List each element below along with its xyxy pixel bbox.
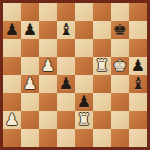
square-d4[interactable]: ♟ (57, 75, 75, 93)
square-h2[interactable] (129, 111, 147, 129)
square-f2[interactable] (93, 111, 111, 129)
square-g7[interactable]: ♚ (111, 21, 129, 39)
black-pawn: ♟ (75, 93, 93, 111)
white-king: ♚ (111, 57, 129, 75)
square-c5[interactable]: ♟ (39, 57, 57, 75)
white-pawn: ♟ (39, 57, 57, 75)
square-h5[interactable]: ♟ (129, 57, 147, 75)
square-f8[interactable] (93, 3, 111, 21)
square-c4[interactable] (39, 75, 57, 93)
square-g1[interactable] (111, 129, 129, 147)
square-d2[interactable] (57, 111, 75, 129)
square-e4[interactable] (75, 75, 93, 93)
square-b4[interactable]: ♟ (21, 75, 39, 93)
square-e2[interactable]: ♜ (75, 111, 93, 129)
black-bishop: ♝ (57, 21, 75, 39)
square-d8[interactable] (57, 3, 75, 21)
board-frame: ♟♟♝♚♟♜♚♟♟♟♝♟♟♜ (0, 0, 150, 150)
square-e8[interactable] (75, 3, 93, 21)
square-h8[interactable] (129, 3, 147, 21)
square-e7[interactable] (75, 21, 93, 39)
white-pawn: ♟ (21, 75, 39, 93)
square-h1[interactable] (129, 129, 147, 147)
square-f3[interactable] (93, 93, 111, 111)
square-b3[interactable] (21, 93, 39, 111)
black-pawn: ♟ (3, 21, 21, 39)
square-g6[interactable] (111, 39, 129, 57)
square-d3[interactable] (57, 93, 75, 111)
square-b1[interactable] (21, 129, 39, 147)
square-f5[interactable]: ♜ (93, 57, 111, 75)
square-f7[interactable] (93, 21, 111, 39)
square-g5[interactable]: ♚ (111, 57, 129, 75)
square-g3[interactable] (111, 93, 129, 111)
square-d7[interactable]: ♝ (57, 21, 75, 39)
white-pawn: ♟ (3, 111, 21, 129)
square-a4[interactable] (3, 75, 21, 93)
square-g2[interactable] (111, 111, 129, 129)
square-b8[interactable] (21, 3, 39, 21)
square-h4[interactable]: ♝ (129, 75, 147, 93)
square-c2[interactable] (39, 111, 57, 129)
square-g4[interactable] (111, 75, 129, 93)
square-f4[interactable] (93, 75, 111, 93)
square-d5[interactable] (57, 57, 75, 75)
square-f6[interactable] (93, 39, 111, 57)
chess-board: ♟♟♝♚♟♜♚♟♟♟♝♟♟♜ (3, 3, 147, 147)
square-b5[interactable] (21, 57, 39, 75)
square-c8[interactable] (39, 3, 57, 21)
square-h6[interactable] (129, 39, 147, 57)
square-c1[interactable] (39, 129, 57, 147)
black-bishop: ♝ (129, 75, 147, 93)
square-h3[interactable] (129, 93, 147, 111)
square-c7[interactable] (39, 21, 57, 39)
square-d6[interactable] (57, 39, 75, 57)
square-e6[interactable] (75, 39, 93, 57)
square-a5[interactable] (3, 57, 21, 75)
square-f1[interactable] (93, 129, 111, 147)
square-a7[interactable]: ♟ (3, 21, 21, 39)
square-d1[interactable] (57, 129, 75, 147)
square-g8[interactable] (111, 3, 129, 21)
white-rook: ♜ (75, 111, 93, 129)
square-a6[interactable] (3, 39, 21, 57)
square-c6[interactable] (39, 39, 57, 57)
square-a8[interactable] (3, 3, 21, 21)
square-b2[interactable] (21, 111, 39, 129)
square-c3[interactable] (39, 93, 57, 111)
square-e1[interactable] (75, 129, 93, 147)
square-e5[interactable] (75, 57, 93, 75)
black-pawn: ♟ (129, 57, 147, 75)
square-a2[interactable]: ♟ (3, 111, 21, 129)
black-king: ♚ (111, 21, 129, 39)
black-pawn: ♟ (57, 75, 75, 93)
square-b6[interactable] (21, 39, 39, 57)
square-b7[interactable]: ♟ (21, 21, 39, 39)
black-pawn: ♟ (21, 21, 39, 39)
square-a3[interactable] (3, 93, 21, 111)
square-a1[interactable] (3, 129, 21, 147)
square-h7[interactable] (129, 21, 147, 39)
square-e3[interactable]: ♟ (75, 93, 93, 111)
white-rook: ♜ (93, 57, 111, 75)
